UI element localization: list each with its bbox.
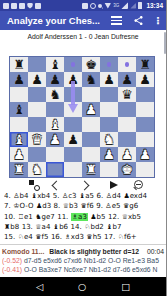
move-token[interactable]: 6. <box>97 192 104 200</box>
square-g6[interactable]: ♛ <box>118 87 136 102</box>
move-token[interactable]: 4. <box>4 192 11 200</box>
move-token[interactable]: ♞ge7 <box>35 213 54 221</box>
square-h4[interactable] <box>136 117 154 132</box>
square-e7[interactable]: ♞ <box>82 72 100 87</box>
screen: 3G 13:34 Analyze your Ches... ⋮ Adolf An… <box>0 0 166 296</box>
signal-outline-icon <box>130 3 136 9</box>
move-token[interactable]: ♝a5 <box>79 192 94 200</box>
move-token[interactable]: 9. <box>96 202 103 210</box>
square-d4[interactable] <box>64 117 82 132</box>
square-h8[interactable]: ♜ <box>136 57 154 72</box>
piece-black: ♟ <box>28 72 46 87</box>
move-line: 10.♖e1♞ge711.♗a3♟b512.♕xb5 <box>4 212 164 222</box>
setup-board-icon[interactable] <box>29 180 40 191</box>
move-token[interactable]: ♙e5 <box>105 202 120 210</box>
square-b6[interactable] <box>28 87 46 102</box>
square-f5[interactable] <box>100 102 118 117</box>
app-bar: Analyze your Ches... ⋮ <box>0 11 166 30</box>
piece-black: ♞ <box>82 72 100 87</box>
square-b1[interactable]: ♞ <box>28 162 46 177</box>
move-line: ♟gxf618.♙exf6♜g819.♖ad1♛xf3 <box>4 242 164 243</box>
move-token[interactable]: ♕xb5 <box>122 213 141 221</box>
play-icon[interactable] <box>110 181 118 189</box>
square-e1[interactable]: ♜ <box>82 162 100 177</box>
piece-black: ♟ <box>100 72 118 87</box>
share-icon[interactable] <box>133 12 144 30</box>
move-list-icon[interactable] <box>111 16 122 25</box>
nav-bar: ◁ ○ □ <box>0 277 166 296</box>
square-f1[interactable] <box>100 162 118 177</box>
square-h5[interactable] <box>136 102 154 117</box>
engine-score: (-0.41) <box>2 266 22 273</box>
move-token[interactable]: ♘f6+ <box>118 233 137 241</box>
current-move[interactable]: ♗a3 <box>71 213 88 221</box>
engine-lines: (-0.52)d7-d5 e5xd6 c7xd6 Nb1-d2 O-O Re1-… <box>2 256 164 274</box>
piece-black: ♚ <box>82 57 100 72</box>
square-g2[interactable]: ♟ <box>118 147 136 162</box>
photo-icon <box>82 3 88 9</box>
move-hint-dot <box>71 62 76 67</box>
square-d1[interactable] <box>64 162 82 177</box>
piece-black: ♜ <box>10 57 28 72</box>
move-line: 15.♘e4♛f516.♗xd3♛h517.♘f6+ <box>4 232 164 242</box>
square-a6[interactable] <box>10 87 28 102</box>
piece-white: ♚ <box>118 162 136 177</box>
move-list: 4.♙b4♝xb45.♙c3♝a56.♙d4♟exd47.♔O-O♟d38.♕b… <box>4 191 164 243</box>
move-token[interactable]: ♙d4 <box>106 192 121 200</box>
square-f4[interactable] <box>100 117 118 132</box>
shield-icon <box>27 3 33 9</box>
piece-black: ♟ <box>118 72 136 87</box>
move-token[interactable]: ♖e1 <box>18 213 33 221</box>
engine-header: Komodo 11... Black is slightly better d=… <box>2 247 164 256</box>
square-d8[interactable] <box>64 57 82 72</box>
square-h7[interactable]: ♟ <box>136 72 154 87</box>
engine-line[interactable]: (-0.41)O-O Ba3xe7 Nc6xe7 Nb1-d2 d7-d6 e5… <box>2 265 164 274</box>
move-line: 7.♔O-O♟d38.♕b3♛f69.♙e5♛g6 <box>4 201 164 211</box>
square-e8[interactable]: ♚ <box>82 57 100 72</box>
piece-black: ♟ <box>64 132 82 147</box>
move-hint-dot <box>125 62 130 67</box>
move-token[interactable]: 5. <box>53 192 60 200</box>
square-g4[interactable] <box>118 117 136 132</box>
notification-icon <box>11 3 17 9</box>
move-hint-dot <box>107 62 112 67</box>
square-d2[interactable] <box>64 147 82 162</box>
piece-white: ♟ <box>118 147 136 162</box>
engine-line[interactable]: (-0.52)d7-d5 e5xd6 c7xd6 Nb1-d2 O-O Re1-… <box>2 256 164 265</box>
overflow-menu-icon[interactable]: ⋮ <box>153 16 163 26</box>
piece-white: ♟ <box>100 147 118 162</box>
piece-black: ♞ <box>46 87 64 102</box>
square-c8[interactable]: ♝ <box>46 57 64 72</box>
battery-icon <box>138 2 142 9</box>
piece-white: ♟ <box>136 147 154 162</box>
square-f3[interactable]: ♞ <box>100 132 118 147</box>
engine-time: 00:04 <box>147 247 164 256</box>
signal-icon <box>121 2 128 9</box>
square-g3[interactable] <box>118 132 136 147</box>
home-icon[interactable]: ○ <box>78 277 86 296</box>
square-d3[interactable]: ♟ <box>64 132 82 147</box>
move-token[interactable]: 11. <box>57 213 68 221</box>
square-d7[interactable]: ♟ <box>64 72 82 87</box>
square-b5[interactable] <box>28 102 46 117</box>
piece-white: ♟ <box>82 102 100 117</box>
square-e6[interactable] <box>82 87 100 102</box>
move-token[interactable]: ♕b3 <box>63 202 78 210</box>
piece-black: ♟ <box>136 72 154 87</box>
move-token[interactable]: ♝xb4 <box>31 192 50 200</box>
move-token[interactable]: ♜b8 <box>4 223 19 231</box>
square-g7[interactable]: ♟ <box>118 72 136 87</box>
square-f6[interactable] <box>100 87 118 102</box>
engine-panel[interactable]: Komodo 11... Black is slightly better d=… <box>0 244 166 277</box>
piece-white: ♜ <box>10 162 28 177</box>
recents-icon[interactable]: □ <box>121 277 130 296</box>
back-icon[interactable]: ◁ <box>36 277 43 296</box>
engine-pv: O-O Ba3xe7 Nc6xe7 Nb1-d2 d7-d6 e5xd6 N <box>24 266 157 273</box>
notification-icon <box>3 3 9 9</box>
move-token[interactable]: 13. <box>22 223 33 231</box>
key-icon <box>98 4 102 8</box>
piece-white: ♞ <box>100 132 118 147</box>
square-h3[interactable] <box>136 132 154 147</box>
move-token[interactable]: 16. <box>51 233 62 241</box>
move-token[interactable]: ♛f6 <box>80 202 93 210</box>
square-e5[interactable]: ♟ <box>82 102 100 117</box>
square-c1[interactable] <box>46 162 64 177</box>
piece-white: ♜ <box>82 162 100 177</box>
square-d5[interactable] <box>64 102 82 117</box>
game-header: Adolf Anderssen 1 - 0 Jean Dufresne <box>0 33 166 40</box>
square-g1[interactable]: ♚ <box>118 162 136 177</box>
piece-black: ♜ <box>136 57 154 72</box>
square-a5[interactable]: ♝ <box>10 102 28 117</box>
move-token[interactable]: 15. <box>4 233 15 241</box>
square-c4[interactable]: ♝ <box>46 117 64 132</box>
move-token[interactable]: ♝b7 <box>106 223 121 231</box>
square-a4[interactable] <box>10 117 28 132</box>
square-a7[interactable]: ♟ <box>10 72 28 87</box>
square-a2[interactable]: ♟ <box>10 147 28 162</box>
move-token[interactable]: 14. <box>71 223 82 231</box>
square-c2[interactable] <box>46 147 64 162</box>
move-token[interactable]: 12. <box>108 213 119 221</box>
move-token[interactable]: ♙b4 <box>13 192 28 200</box>
engine-evaluation-text: Black is slightly better d=12 <box>49 247 147 256</box>
square-c6[interactable]: ♞ <box>46 87 64 102</box>
square-h6[interactable] <box>136 87 154 102</box>
move-token[interactable]: 7. <box>4 202 11 210</box>
move-line: ♜b813.♕a4♝b614.♘bd2♝b7 <box>4 222 164 232</box>
square-c3[interactable]: ♟ <box>46 132 64 147</box>
square-g5[interactable] <box>118 102 136 117</box>
square-c7[interactable]: ♟ <box>46 72 64 87</box>
network-type-label: 3G <box>113 3 119 9</box>
move-token[interactable]: ♔O-O <box>13 202 33 210</box>
chess-board: ♜♝♚♜♟♟♟♟♞♟♟♟♞♛♝♟♝♝♛♟♟♞♟♟♟♟♜♞♜♚ <box>9 56 155 178</box>
square-a1[interactable]: ♜ <box>10 162 28 177</box>
piece-white: ♟ <box>46 132 64 147</box>
square-f7[interactable]: ♟ <box>100 72 118 87</box>
piece-black: ♝ <box>10 102 28 117</box>
move-line: 4.♙b4♝xb45.♙c3♝a56.♙d4♟exd4 <box>4 191 164 201</box>
move-token[interactable]: ♝b6 <box>53 223 68 231</box>
chat-icon <box>35 3 41 9</box>
wifi-icon <box>104 3 111 9</box>
piece-black: ♟ <box>46 72 64 87</box>
move-token[interactable]: ♕a4 <box>35 223 50 231</box>
piece-black: ♟ <box>64 72 82 87</box>
move-token[interactable]: ♛h5 <box>86 233 101 241</box>
move-token[interactable]: 8. <box>54 202 61 210</box>
move-token[interactable]: 10. <box>4 213 15 221</box>
square-h1[interactable] <box>136 162 154 177</box>
square-c5[interactable] <box>46 102 64 117</box>
square-a3[interactable]: ♝ <box>10 132 28 147</box>
notification-icon <box>19 3 25 9</box>
move-token[interactable]: ♟exd4 <box>123 192 147 200</box>
move-token[interactable]: ♛f5 <box>35 233 48 241</box>
move-token[interactable]: ♘e4 <box>18 233 33 241</box>
move-token[interactable]: ♟d3 <box>36 202 51 210</box>
square-b8[interactable] <box>28 57 46 72</box>
piece-white: ♞ <box>28 162 46 177</box>
app-title: Analyze your Ches... <box>7 15 100 26</box>
square-b3[interactable]: ♛ <box>28 132 46 147</box>
next-move-icon[interactable] <box>80 181 90 191</box>
zoom-out-icon[interactable] <box>134 180 143 189</box>
square-a8[interactable]: ♜ <box>10 57 28 72</box>
move-token[interactable]: ♟b5 <box>90 213 105 221</box>
square-f2[interactable]: ♟ <box>100 147 118 162</box>
move-token[interactable]: 17. <box>104 233 115 241</box>
piece-white: ♝ <box>10 132 28 147</box>
piece-black: ♟ <box>10 72 28 87</box>
piece-black: ♝ <box>46 57 64 72</box>
square-b2[interactable] <box>28 147 46 162</box>
square-f8[interactable] <box>100 57 118 72</box>
piece-black: ♛ <box>118 87 136 102</box>
square-h2[interactable]: ♟ <box>136 147 154 162</box>
move-token[interactable]: ♙c3 <box>62 192 77 200</box>
move-token[interactable]: ♗xd3 <box>65 233 84 241</box>
square-g8[interactable] <box>118 57 136 72</box>
scrollbar[interactable] <box>164 32 167 54</box>
move-token[interactable]: ♛g6 <box>123 202 138 210</box>
clock-text: 13:34 <box>146 2 163 9</box>
square-b7[interactable]: ♟ <box>28 72 46 87</box>
square-e4[interactable] <box>82 117 100 132</box>
engine-name: Komodo 11... <box>2 247 44 256</box>
status-bar: 3G 13:34 <box>0 0 166 11</box>
piece-white: ♛ <box>28 132 46 147</box>
square-b4[interactable] <box>28 117 46 132</box>
piece-white: ♟ <box>10 147 28 162</box>
square-e3[interactable] <box>82 132 100 147</box>
engine-score: (-0.52) <box>2 257 22 264</box>
square-d6[interactable] <box>64 87 82 102</box>
square-e2[interactable] <box>82 147 100 162</box>
engine-pv: d7-d5 e5xd6 c7xd6 Nb1-d2 O-O Re1-e3 Ba5 <box>24 257 159 264</box>
move-token[interactable]: ♘bd2 <box>84 223 104 231</box>
alarm-icon <box>90 3 96 9</box>
piece-white: ♝ <box>46 117 64 132</box>
previous-move-icon[interactable] <box>52 181 62 191</box>
